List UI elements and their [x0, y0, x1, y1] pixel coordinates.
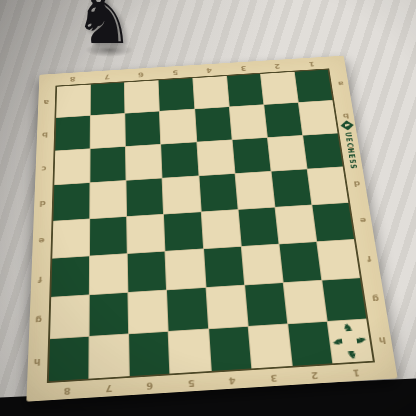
emblem-knight-glyph: ♞ — [342, 322, 355, 333]
square-b5[interactable] — [160, 110, 196, 144]
square-a3[interactable] — [227, 74, 263, 107]
square-g3[interactable] — [245, 283, 287, 325]
square-h3[interactable] — [248, 324, 291, 368]
coordinate-label: d — [35, 185, 50, 222]
square-b4[interactable] — [195, 107, 232, 141]
emblem-knight-glyph: ♞ — [345, 349, 358, 361]
square-f1[interactable] — [317, 240, 360, 280]
corner-four-knights-emblem-icon: ♞♞♞♞ — [328, 319, 373, 363]
coordinate-label: 5 — [170, 374, 212, 390]
square-c4[interactable] — [197, 140, 234, 176]
square-g6[interactable] — [129, 291, 168, 334]
square-e1[interactable] — [312, 203, 354, 242]
square-h6[interactable] — [129, 331, 169, 376]
square-a2[interactable] — [261, 72, 298, 105]
square-f7[interactable] — [90, 254, 128, 295]
square-f3[interactable] — [241, 244, 282, 284]
square-e5[interactable] — [164, 212, 202, 251]
square-f8[interactable] — [51, 256, 89, 297]
square-h1[interactable]: ♞♞♞♞ — [328, 319, 373, 363]
square-c5[interactable] — [161, 142, 198, 178]
emblem-knight-glyph: ♞ — [354, 335, 368, 345]
square-e8[interactable] — [52, 219, 89, 258]
coordinate-label: 2 — [293, 367, 336, 383]
brand-emblem-knight-glyph: ♞ — [343, 123, 351, 128]
coordinate-label: 3 — [252, 369, 295, 385]
square-h7[interactable] — [89, 334, 129, 379]
square-a1[interactable] — [295, 70, 333, 103]
coordinate-label: 8 — [46, 382, 87, 398]
square-a4[interactable] — [193, 76, 229, 109]
coordinate-label: a — [39, 86, 53, 118]
square-f6[interactable] — [128, 252, 166, 293]
square-g8[interactable] — [50, 295, 89, 338]
square-f2[interactable] — [279, 242, 321, 282]
square-h2[interactable] — [288, 322, 332, 366]
square-h5[interactable] — [169, 329, 210, 374]
emblem-knight-glyph: ♞ — [331, 336, 345, 346]
brand-knight-emblem-icon: ♞ — [340, 120, 353, 130]
brand-text: UECHESS — [344, 132, 359, 170]
square-g1[interactable] — [322, 278, 366, 320]
square-e6[interactable] — [127, 214, 165, 253]
square-h8[interactable] — [49, 336, 89, 381]
coordinate-label: 6 — [129, 377, 171, 393]
board-grid: ♞♞♞♞ — [47, 68, 375, 383]
coordinate-label: f — [32, 259, 47, 299]
square-d3[interactable] — [235, 172, 274, 209]
coordinate-label: 7 — [88, 380, 129, 396]
square-c2[interactable] — [268, 136, 307, 171]
square-a7[interactable] — [91, 83, 125, 116]
square-d6[interactable] — [127, 179, 164, 216]
square-d1[interactable] — [308, 167, 349, 204]
square-b1[interactable] — [299, 101, 338, 135]
square-b6[interactable] — [125, 112, 160, 146]
square-d5[interactable] — [163, 176, 200, 213]
coordinate-label: 1 — [334, 364, 377, 380]
square-b7[interactable] — [91, 114, 126, 148]
square-f4[interactable] — [204, 247, 244, 288]
square-a6[interactable] — [125, 80, 159, 113]
square-b8[interactable] — [55, 116, 90, 150]
square-g2[interactable] — [284, 281, 327, 323]
square-d4[interactable] — [199, 174, 237, 211]
square-g5[interactable] — [167, 288, 207, 330]
chess-mat: 87654321 87654321 abcdefgh abcdefgh ♞ UE… — [26, 56, 397, 402]
photo-background: 87654321 87654321 abcdefgh abcdefgh ♞ UE… — [0, 0, 416, 416]
square-e2[interactable] — [275, 205, 316, 244]
square-e4[interactable] — [201, 210, 240, 249]
coordinate-label: e — [34, 221, 49, 260]
square-b2[interactable] — [264, 103, 302, 137]
black-knight-piece[interactable]: ♞ — [74, 0, 134, 54]
square-e7[interactable] — [90, 217, 127, 256]
square-a5[interactable] — [159, 78, 194, 111]
square-b3[interactable] — [229, 105, 266, 139]
square-g7[interactable] — [90, 293, 129, 336]
square-d8[interactable] — [53, 183, 89, 220]
coordinate-label: b — [38, 117, 52, 151]
coordinate-label: 4 — [211, 372, 253, 388]
coordinate-label: h — [29, 340, 45, 384]
coordinate-label: c — [37, 150, 51, 185]
square-c1[interactable] — [303, 133, 343, 168]
square-f5[interactable] — [166, 249, 205, 290]
square-a8[interactable] — [56, 85, 90, 118]
coordinate-label: g — [31, 298, 47, 340]
square-c3[interactable] — [232, 138, 270, 174]
square-d2[interactable] — [271, 169, 311, 206]
square-d7[interactable] — [90, 181, 126, 218]
square-h4[interactable] — [209, 327, 251, 371]
square-g4[interactable] — [206, 286, 247, 328]
square-c8[interactable] — [54, 149, 89, 185]
square-c6[interactable] — [126, 144, 162, 180]
square-c7[interactable] — [90, 147, 125, 183]
square-e3[interactable] — [238, 207, 278, 246]
